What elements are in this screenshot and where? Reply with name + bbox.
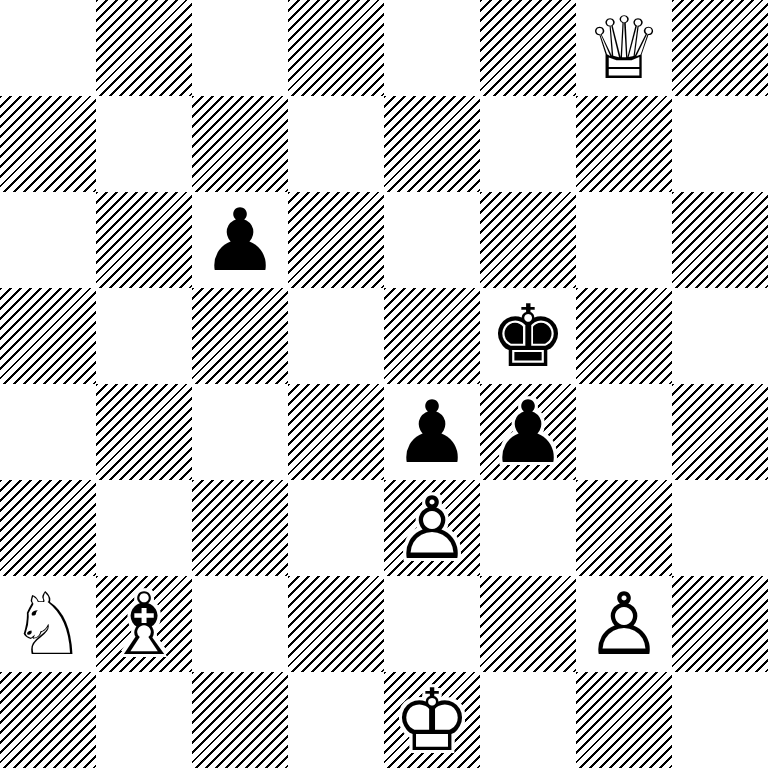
square-e1[interactable]: ♚♔ (384, 672, 480, 768)
square-a3[interactable] (0, 480, 96, 576)
square-g8[interactable]: ♛♕ (576, 0, 672, 96)
square-h7[interactable] (672, 96, 768, 192)
square-c4[interactable] (192, 384, 288, 480)
square-d1[interactable] (288, 672, 384, 768)
piece-black-king[interactable]: ♚ (480, 288, 576, 384)
square-g4[interactable] (576, 384, 672, 480)
square-g6[interactable] (576, 192, 672, 288)
piece-black-pawn[interactable]: ♟ (192, 192, 288, 288)
square-b8[interactable] (96, 0, 192, 96)
square-a5[interactable] (0, 288, 96, 384)
piece-white-pawn[interactable]: ♙ (384, 480, 480, 576)
square-d5[interactable] (288, 288, 384, 384)
square-d7[interactable] (288, 96, 384, 192)
square-c8[interactable] (192, 0, 288, 96)
square-f4[interactable]: ♟ (480, 384, 576, 480)
square-f1[interactable] (480, 672, 576, 768)
square-b5[interactable] (96, 288, 192, 384)
piece-white-bishop[interactable]: ♗ (96, 576, 192, 672)
square-g3[interactable] (576, 480, 672, 576)
square-f3[interactable] (480, 480, 576, 576)
square-b6[interactable] (96, 192, 192, 288)
square-e7[interactable] (384, 96, 480, 192)
square-h5[interactable] (672, 288, 768, 384)
square-b4[interactable] (96, 384, 192, 480)
square-h1[interactable] (672, 672, 768, 768)
piece-white-king[interactable]: ♔ (384, 672, 480, 768)
square-b2[interactable]: ♝♗ (96, 576, 192, 672)
piece-white-pawn[interactable]: ♙ (576, 576, 672, 672)
square-e8[interactable] (384, 0, 480, 96)
square-e5[interactable] (384, 288, 480, 384)
square-g7[interactable] (576, 96, 672, 192)
square-d3[interactable] (288, 480, 384, 576)
square-e3[interactable]: ♟♙ (384, 480, 480, 576)
square-h4[interactable] (672, 384, 768, 480)
square-c6[interactable]: ♟ (192, 192, 288, 288)
square-d4[interactable] (288, 384, 384, 480)
chess-board: ♛♕♟♚♟♟♟♙♞♘♝♗♟♙♚♔ (0, 0, 768, 768)
square-a2[interactable]: ♞♘ (0, 576, 96, 672)
square-h2[interactable] (672, 576, 768, 672)
piece-white-knight[interactable]: ♘ (0, 576, 96, 672)
square-c2[interactable] (192, 576, 288, 672)
piece-black-pawn[interactable]: ♟ (480, 384, 576, 480)
square-d8[interactable] (288, 0, 384, 96)
square-g5[interactable] (576, 288, 672, 384)
piece-black-pawn[interactable]: ♟ (384, 384, 480, 480)
square-f2[interactable] (480, 576, 576, 672)
square-h6[interactable] (672, 192, 768, 288)
square-h8[interactable] (672, 0, 768, 96)
square-f5[interactable]: ♚ (480, 288, 576, 384)
square-b7[interactable] (96, 96, 192, 192)
square-c1[interactable] (192, 672, 288, 768)
square-a1[interactable] (0, 672, 96, 768)
square-b1[interactable] (96, 672, 192, 768)
square-c7[interactable] (192, 96, 288, 192)
square-f7[interactable] (480, 96, 576, 192)
square-a8[interactable] (0, 0, 96, 96)
square-g2[interactable]: ♟♙ (576, 576, 672, 672)
square-c5[interactable] (192, 288, 288, 384)
square-a7[interactable] (0, 96, 96, 192)
square-e6[interactable] (384, 192, 480, 288)
square-e4[interactable]: ♟ (384, 384, 480, 480)
square-c3[interactable] (192, 480, 288, 576)
square-d2[interactable] (288, 576, 384, 672)
square-f6[interactable] (480, 192, 576, 288)
piece-white-queen[interactable]: ♕ (576, 0, 672, 96)
square-f8[interactable] (480, 0, 576, 96)
square-b3[interactable] (96, 480, 192, 576)
square-g1[interactable] (576, 672, 672, 768)
square-a4[interactable] (0, 384, 96, 480)
square-d6[interactable] (288, 192, 384, 288)
square-a6[interactable] (0, 192, 96, 288)
square-e2[interactable] (384, 576, 480, 672)
square-h3[interactable] (672, 480, 768, 576)
